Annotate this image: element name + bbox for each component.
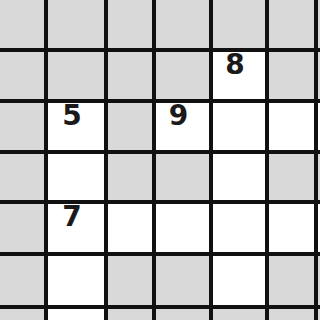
cell-r3c4[interactable] [213, 154, 265, 200]
cell-r2c1[interactable]: 5 [48, 103, 104, 150]
cell-r4c0 [0, 204, 44, 252]
cell-r4c1[interactable]: 7 [48, 204, 104, 252]
cell-r5c0 [0, 256, 44, 305]
cell-r1c5 [269, 52, 314, 99]
cell-r5c1[interactable] [48, 256, 104, 305]
cell-r3c1[interactable] [48, 154, 104, 200]
cell-r1c2 [108, 52, 152, 99]
cell-r0c4 [213, 0, 265, 48]
cell-r1c4[interactable]: 8 [213, 52, 265, 99]
cell-r0c0 [0, 0, 44, 48]
cell-r3c0 [0, 154, 44, 200]
cell-r0c5 [269, 0, 314, 48]
cell-r6c2 [108, 309, 152, 320]
cell-r2c2 [108, 103, 152, 150]
given-digit: 9 [169, 102, 188, 130]
cell-r6c3 [156, 309, 209, 320]
cell-r0c3 [156, 0, 209, 48]
cell-r6c4 [213, 309, 265, 320]
cell-r2c0 [0, 103, 44, 150]
cell-r0c2 [108, 0, 152, 48]
cell-r5c3 [156, 256, 209, 305]
cell-r1c1 [48, 52, 104, 99]
cell-r4c2[interactable] [108, 204, 152, 252]
cell-r2c4[interactable] [213, 103, 265, 150]
cell-r3c2 [108, 154, 152, 200]
cell-r4c3[interactable] [156, 204, 209, 252]
given-digit: 5 [62, 102, 81, 130]
given-digit: 8 [225, 51, 244, 79]
cell-r1c3 [156, 52, 209, 99]
cell-r4c4[interactable] [213, 204, 265, 252]
cell-r0c1 [48, 0, 104, 48]
cell-r3c5 [269, 154, 314, 200]
cell-r1c0 [0, 52, 44, 99]
cell-r4c5[interactable] [269, 204, 314, 252]
cell-r3c3 [156, 154, 209, 200]
cell-r5c4[interactable] [213, 256, 265, 305]
cell-r2c5[interactable] [269, 103, 314, 150]
cell-r6c0 [0, 309, 44, 320]
cell-r6c1[interactable] [48, 309, 104, 320]
given-digit: 7 [62, 203, 81, 231]
cell-r5c2 [108, 256, 152, 305]
cell-r6c5 [269, 309, 314, 320]
board: 8597 [0, 0, 320, 320]
cell-r2c3[interactable]: 9 [156, 103, 209, 150]
cell-r5c5 [269, 256, 314, 305]
